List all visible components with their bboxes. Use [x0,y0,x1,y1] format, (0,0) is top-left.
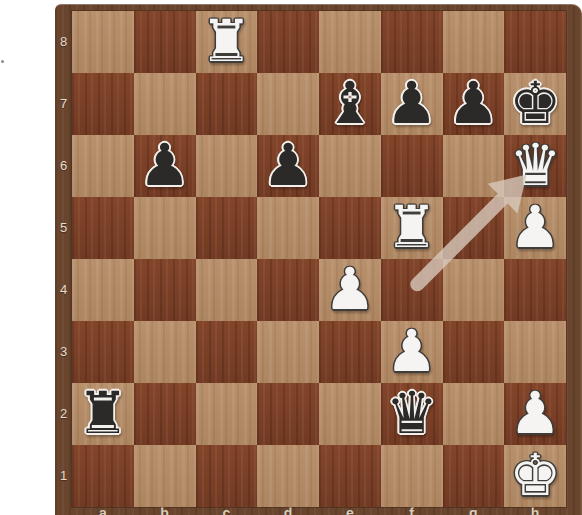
square-c4[interactable] [196,259,258,321]
square-a8[interactable] [72,11,134,73]
square-g1[interactable] [443,445,505,507]
board-squares: ♜♝♟♟♚♟♟♛♜♟♟♟♜♛♟♚ [72,11,566,507]
rank-label-6: 6 [55,135,72,197]
piece-black-pawn[interactable]: ♟ [262,136,314,194]
square-a5[interactable] [72,197,134,259]
square-f1[interactable] [381,445,443,507]
rank-label-2: 2 [55,383,72,445]
square-a2[interactable]: ♜ [72,383,134,445]
square-a1[interactable] [72,445,134,507]
piece-black-queen[interactable]: ♛ [386,384,438,442]
square-f2[interactable]: ♛ [381,383,443,445]
piece-black-pawn[interactable]: ♟ [139,136,191,194]
square-h6[interactable]: ♛ [504,135,566,197]
square-f6[interactable] [381,135,443,197]
square-h1[interactable]: ♚ [504,445,566,507]
square-f7[interactable]: ♟ [381,73,443,135]
square-b7[interactable] [134,73,196,135]
piece-white-pawn[interactable]: ♟ [386,322,438,380]
square-e7[interactable]: ♝ [319,73,381,135]
square-d6[interactable]: ♟ [257,135,319,197]
square-d8[interactable] [257,11,319,73]
square-d2[interactable] [257,383,319,445]
square-g3[interactable] [443,321,505,383]
square-b1[interactable] [134,445,196,507]
square-f3[interactable]: ♟ [381,321,443,383]
rank-label-4: 4 [55,259,72,321]
square-e6[interactable] [319,135,381,197]
piece-white-king[interactable]: ♚ [509,446,561,504]
square-a3[interactable] [72,321,134,383]
piece-black-king[interactable]: ♚ [509,74,561,132]
square-c2[interactable] [196,383,258,445]
page: 87654321 abcdefgh ♜♝♟♟♚♟♟♛♜♟♟♟♜♛♟♚ [0,0,582,515]
square-e3[interactable] [319,321,381,383]
square-d7[interactable] [257,73,319,135]
rank-label-8: 8 [55,11,72,73]
square-g2[interactable] [443,383,505,445]
square-a4[interactable] [72,259,134,321]
square-e5[interactable] [319,197,381,259]
square-b3[interactable] [134,321,196,383]
square-d5[interactable] [257,197,319,259]
piece-white-rook[interactable]: ♜ [200,12,252,70]
square-c8[interactable]: ♜ [196,11,258,73]
piece-white-rook[interactable]: ♜ [386,198,438,256]
square-a6[interactable] [72,135,134,197]
square-c1[interactable] [196,445,258,507]
rank-label-3: 3 [55,321,72,383]
square-d1[interactable] [257,445,319,507]
rank-label-5: 5 [55,197,72,259]
square-g4[interactable] [443,259,505,321]
square-b8[interactable] [134,11,196,73]
square-h2[interactable]: ♟ [504,383,566,445]
square-e2[interactable] [319,383,381,445]
square-e4[interactable]: ♟ [319,259,381,321]
square-a7[interactable] [72,73,134,135]
square-c3[interactable] [196,321,258,383]
square-h4[interactable] [504,259,566,321]
square-h5[interactable]: ♟ [504,197,566,259]
piece-black-rook[interactable]: ♜ [77,384,129,442]
piece-black-bishop[interactable]: ♝ [324,74,376,132]
rank-label-1: 1 [55,445,72,507]
chess-board: 87654321 abcdefgh ♜♝♟♟♚♟♟♛♜♟♟♟♜♛♟♚ [55,4,582,515]
piece-white-pawn[interactable]: ♟ [324,260,376,318]
piece-white-queen[interactable]: ♛ [509,136,561,194]
square-c5[interactable] [196,197,258,259]
square-h8[interactable] [504,11,566,73]
stray-dot [1,60,4,63]
square-e8[interactable] [319,11,381,73]
square-c6[interactable] [196,135,258,197]
square-d4[interactable] [257,259,319,321]
square-f5[interactable]: ♜ [381,197,443,259]
piece-black-pawn[interactable]: ♟ [447,74,499,132]
square-d3[interactable] [257,321,319,383]
square-f4[interactable] [381,259,443,321]
square-b2[interactable] [134,383,196,445]
square-h7[interactable]: ♚ [504,73,566,135]
square-f8[interactable] [381,11,443,73]
square-g5[interactable] [443,197,505,259]
piece-black-pawn[interactable]: ♟ [386,74,438,132]
square-g7[interactable]: ♟ [443,73,505,135]
square-b6[interactable]: ♟ [134,135,196,197]
square-b5[interactable] [134,197,196,259]
square-c7[interactable] [196,73,258,135]
piece-white-pawn[interactable]: ♟ [509,198,561,256]
square-h3[interactable] [504,321,566,383]
square-g8[interactable] [443,11,505,73]
piece-white-pawn[interactable]: ♟ [509,384,561,442]
rank-label-7: 7 [55,73,72,135]
square-b4[interactable] [134,259,196,321]
square-e1[interactable] [319,445,381,507]
square-g6[interactable] [443,135,505,197]
